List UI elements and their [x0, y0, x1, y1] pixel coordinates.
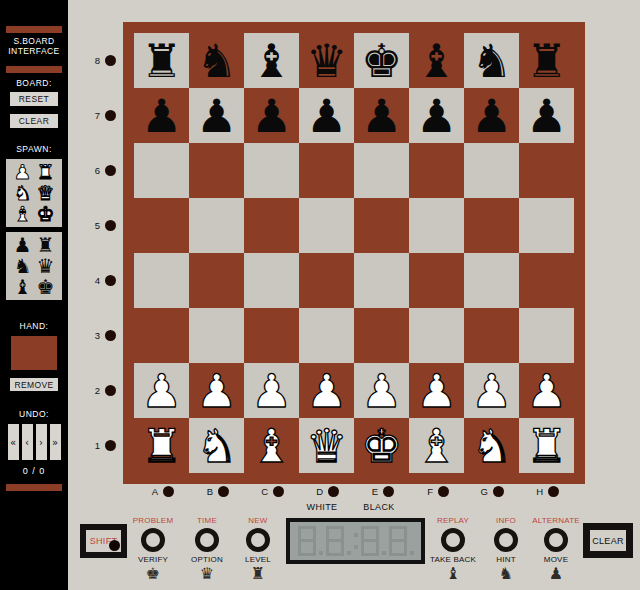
piece-white-pawn: ♟ — [416, 368, 457, 414]
piece-white-king: ♚ — [361, 423, 402, 469]
square-b5[interactable] — [189, 198, 244, 253]
piece-white-knight: ♞ — [196, 423, 237, 469]
control-move: ALTERNATEMOVE♟ — [517, 516, 595, 582]
lcd-display — [286, 518, 425, 564]
square-d8[interactable]: ♛ — [299, 33, 354, 88]
file-led-a — [163, 486, 174, 497]
file-label-g: G — [464, 484, 519, 498]
square-c3[interactable] — [244, 308, 299, 363]
piece-black-queen: ♛ — [306, 38, 347, 84]
piece-black-knight: ♞ — [196, 38, 237, 84]
rank-label-4: 4 — [91, 253, 116, 308]
undo-section-label: UNDO: — [19, 409, 49, 419]
square-e1[interactable]: ♚ — [354, 418, 409, 473]
undo-start-button[interactable]: « — [8, 424, 19, 460]
spawn-white-knight-button[interactable]: ♞ — [14, 183, 32, 203]
level-button[interactable] — [246, 528, 270, 552]
file-label-e: E — [354, 484, 409, 498]
square-h6[interactable] — [519, 143, 574, 198]
take-back-shift-label: REPLAY — [437, 516, 469, 525]
verify-button[interactable] — [141, 528, 165, 552]
piece-white-bishop: ♝ — [416, 423, 457, 469]
app-title-line2: INTERFACE — [8, 47, 59, 57]
divider-bar — [6, 66, 62, 73]
lcd-decimal-point — [347, 551, 351, 555]
black-bishop-icon: ♝ — [14, 275, 32, 299]
spawn-black-knight-button[interactable]: ♞ — [14, 256, 32, 276]
rank-label-7: 7 — [91, 88, 116, 143]
square-d1[interactable]: ♛ — [299, 418, 354, 473]
piece-white-queen: ♛ — [306, 423, 347, 469]
square-c8[interactable]: ♝ — [244, 33, 299, 88]
spawn-white-rook-button[interactable]: ♜ — [37, 162, 55, 182]
square-g1[interactable]: ♞ — [464, 418, 519, 473]
file-led-g — [493, 486, 504, 497]
rank-number: 6 — [91, 165, 100, 176]
rank-label-6: 6 — [91, 143, 116, 198]
file-label-a: A — [134, 484, 189, 498]
square-b4[interactable] — [189, 253, 244, 308]
square-e3[interactable] — [354, 308, 409, 363]
piece-white-pawn: ♟ — [471, 368, 512, 414]
square-b6[interactable] — [189, 143, 244, 198]
lcd-digit — [389, 526, 407, 556]
spawn-black-bishop-button[interactable]: ♝ — [14, 277, 32, 297]
pawn-icon: ♟ — [549, 566, 563, 582]
control-level: NEWLEVEL♜ — [219, 516, 297, 582]
file-led-h — [548, 486, 559, 497]
rank-number: 4 — [91, 275, 100, 286]
rank-number: 2 — [91, 385, 100, 396]
piece-white-rook: ♜ — [526, 423, 567, 469]
square-h1[interactable]: ♜ — [519, 418, 574, 473]
square-c2[interactable]: ♟ — [244, 363, 299, 418]
lcd-decimal-point — [319, 551, 323, 555]
square-h8[interactable]: ♜ — [519, 33, 574, 88]
square-e5[interactable] — [354, 198, 409, 253]
square-f8[interactable]: ♝ — [409, 33, 464, 88]
rank-led-1 — [105, 440, 116, 451]
file-label-c: C — [244, 484, 299, 498]
piece-white-knight: ♞ — [471, 423, 512, 469]
square-h2[interactable]: ♟ — [519, 363, 574, 418]
file-led-b — [218, 486, 229, 497]
piece-white-pawn: ♟ — [251, 368, 292, 414]
square-c7[interactable]: ♟ — [244, 88, 299, 143]
lcd-decimal-point — [382, 551, 386, 555]
rank-label-2: 2 — [91, 363, 116, 418]
piece-black-pawn: ♟ — [526, 93, 567, 139]
undo-controls: «‹›» — [8, 424, 61, 460]
piece-black-knight: ♞ — [471, 38, 512, 84]
square-d5[interactable] — [299, 198, 354, 253]
square-b3[interactable] — [189, 308, 244, 363]
white-bishop-icon: ♝ — [14, 202, 32, 226]
hint-label: HINT — [496, 555, 515, 564]
rank-labels: 87654321 — [91, 33, 116, 473]
piece-white-pawn: ♟ — [526, 368, 567, 414]
rank-led-6 — [105, 165, 116, 176]
square-a8[interactable]: ♜ — [134, 33, 189, 88]
piece-black-pawn: ♟ — [416, 93, 457, 139]
spawn-white-queen-button[interactable]: ♛ — [37, 183, 55, 203]
piece-black-bishop: ♝ — [251, 38, 292, 84]
remove-button[interactable]: REMOVE — [10, 378, 58, 391]
square-g5[interactable] — [464, 198, 519, 253]
option-button[interactable] — [195, 528, 219, 552]
file-led-d — [328, 486, 339, 497]
chess-computer-interface: S.BOARD INTERFACE BOARD: RESET CLEAR SPA… — [0, 0, 640, 590]
square-a5[interactable] — [134, 198, 189, 253]
square-f4[interactable] — [409, 253, 464, 308]
move-label: MOVE — [544, 555, 568, 564]
square-g3[interactable] — [464, 308, 519, 363]
square-c4[interactable] — [244, 253, 299, 308]
square-b2[interactable]: ♟ — [189, 363, 244, 418]
app-title: S.BOARD INTERFACE — [8, 37, 59, 56]
piece-black-pawn: ♟ — [306, 93, 347, 139]
undo-end-button[interactable]: » — [50, 424, 61, 460]
white-turn-label: WHITE — [307, 502, 338, 512]
clear-label: CLEAR — [592, 536, 624, 546]
rank-label-3: 3 — [91, 308, 116, 363]
square-d7[interactable]: ♟ — [299, 88, 354, 143]
piece-black-rook: ♜ — [141, 38, 182, 84]
rank-number: 3 — [91, 330, 100, 341]
square-a2[interactable]: ♟ — [134, 363, 189, 418]
file-letter: D — [314, 486, 323, 497]
lcd-decimal-point — [410, 551, 414, 555]
piece-black-pawn: ♟ — [471, 93, 512, 139]
square-c6[interactable] — [244, 143, 299, 198]
square-f6[interactable] — [409, 143, 464, 198]
piece-black-rook: ♜ — [526, 38, 567, 84]
file-label-h: H — [519, 484, 574, 498]
square-b1[interactable]: ♞ — [189, 418, 244, 473]
square-g8[interactable]: ♞ — [464, 33, 519, 88]
divider-bar — [6, 484, 62, 491]
piece-white-bishop: ♝ — [251, 423, 292, 469]
spawn-white-king-button[interactable]: ♚ — [37, 204, 55, 224]
rank-led-5 — [105, 220, 116, 231]
hint-button[interactable] — [494, 528, 518, 552]
board-clear-button[interactable]: CLEAR — [10, 114, 58, 128]
chess-board: ♜♞♝♛♚♝♞♜♟♟♟♟♟♟♟♟♟♟♟♟♟♟♟♟♜♞♝♛♚♝♞♜ — [134, 33, 574, 473]
board-section-label: BOARD: — [16, 78, 52, 88]
lcd-digit — [326, 526, 344, 556]
rank-number: 5 — [91, 220, 100, 231]
undo-back-button[interactable]: ‹ — [22, 424, 33, 460]
square-h7[interactable]: ♟ — [519, 88, 574, 143]
spawn-black-king-button[interactable]: ♚ — [37, 277, 55, 297]
file-led-e — [383, 486, 394, 497]
file-letter: C — [259, 486, 268, 497]
piece-white-pawn: ♟ — [196, 368, 237, 414]
black-turn-label: BLACK — [363, 502, 395, 512]
spawn-black-queen-button[interactable]: ♛ — [37, 256, 55, 276]
rank-led-3 — [105, 330, 116, 341]
square-f3[interactable] — [409, 308, 464, 363]
square-e4[interactable] — [354, 253, 409, 308]
lcd-colon — [354, 526, 358, 556]
square-a7[interactable]: ♟ — [134, 88, 189, 143]
spawn-section-label: SPAWN: — [16, 144, 52, 154]
piece-black-king: ♚ — [361, 38, 402, 84]
queen-icon: ♛ — [200, 566, 214, 582]
bishop-icon: ♝ — [446, 566, 460, 582]
square-d4[interactable] — [299, 253, 354, 308]
spawn-palette-black: ♟♜♞♛♝♚ — [6, 232, 62, 300]
knight-icon: ♞ — [499, 566, 513, 582]
lcd-digit — [298, 526, 316, 556]
rank-led-7 — [105, 110, 116, 121]
square-e2[interactable]: ♟ — [354, 363, 409, 418]
square-e7[interactable]: ♟ — [354, 88, 409, 143]
spawn-white-bishop-button[interactable]: ♝ — [14, 204, 32, 224]
square-c5[interactable] — [244, 198, 299, 253]
rank-number: 1 — [91, 440, 100, 451]
rank-number: 7 — [91, 110, 100, 121]
square-h5[interactable] — [519, 198, 574, 253]
white-king-icon: ♚ — [37, 202, 55, 226]
file-letter: A — [149, 486, 158, 497]
file-letter: G — [479, 486, 488, 497]
rank-label-8: 8 — [91, 33, 116, 88]
level-label: LEVEL — [245, 555, 271, 564]
square-g2[interactable]: ♟ — [464, 363, 519, 418]
file-letter: H — [534, 486, 543, 497]
divider-bar — [6, 26, 62, 33]
hand-section-label: HAND: — [20, 321, 49, 331]
square-a3[interactable] — [134, 308, 189, 363]
undo-counter: 0 / 0 — [23, 466, 46, 476]
piece-white-pawn: ♟ — [141, 368, 182, 414]
spawn-black-pawn-button[interactable]: ♟ — [14, 235, 32, 255]
square-h3[interactable] — [519, 308, 574, 363]
board-frame: ♜♞♝♛♚♝♞♜♟♟♟♟♟♟♟♟♟♟♟♟♟♟♟♟♜♞♝♛♚♝♞♜ — [123, 22, 585, 484]
piece-white-pawn: ♟ — [306, 368, 347, 414]
lcd-digit — [361, 526, 379, 556]
undo-forward-button[interactable]: › — [36, 424, 47, 460]
square-f7[interactable]: ♟ — [409, 88, 464, 143]
file-led-c — [273, 486, 284, 497]
file-led-f — [438, 486, 449, 497]
square-d2[interactable]: ♟ — [299, 363, 354, 418]
square-a1[interactable]: ♜ — [134, 418, 189, 473]
square-c1[interactable]: ♝ — [244, 418, 299, 473]
file-label-f: F — [409, 484, 464, 498]
sidebar: S.BOARD INTERFACE BOARD: RESET CLEAR SPA… — [0, 0, 68, 590]
spawn-palette-white: ♟♜♞♛♝♚ — [6, 159, 62, 227]
move-shift-label: ALTERNATE — [532, 516, 580, 525]
file-labels: ABCDEFGH — [134, 484, 574, 498]
option-shift-label: TIME — [197, 516, 217, 525]
hint-shift-label: INFO — [496, 516, 516, 525]
square-b7[interactable]: ♟ — [189, 88, 244, 143]
piece-black-pawn: ♟ — [251, 93, 292, 139]
level-shift-label: NEW — [248, 516, 267, 525]
rank-label-5: 5 — [91, 198, 116, 253]
piece-black-pawn: ♟ — [361, 93, 402, 139]
rank-number: 8 — [91, 55, 100, 66]
king-icon: ♚ — [146, 566, 160, 582]
square-a4[interactable] — [134, 253, 189, 308]
hand-slot[interactable] — [11, 336, 57, 370]
piece-black-pawn: ♟ — [141, 93, 182, 139]
square-e6[interactable] — [354, 143, 409, 198]
file-label-d: D — [299, 484, 354, 498]
square-d3[interactable] — [299, 308, 354, 363]
file-letter: B — [204, 486, 213, 497]
file-letter: F — [424, 486, 433, 497]
square-f1[interactable]: ♝ — [409, 418, 464, 473]
piece-black-bishop: ♝ — [416, 38, 457, 84]
rank-led-2 — [105, 385, 116, 396]
take-back-button[interactable] — [441, 528, 465, 552]
verify-label: VERIFY — [138, 555, 168, 564]
square-g4[interactable] — [464, 253, 519, 308]
piece-white-pawn: ♟ — [361, 368, 402, 414]
move-button[interactable] — [544, 528, 568, 552]
square-e8[interactable]: ♚ — [354, 33, 409, 88]
square-a6[interactable] — [134, 143, 189, 198]
file-letter: E — [369, 486, 378, 497]
piece-white-rook: ♜ — [141, 423, 182, 469]
rook-icon: ♜ — [251, 566, 265, 582]
file-label-b: B — [189, 484, 244, 498]
square-h4[interactable] — [519, 253, 574, 308]
square-g6[interactable] — [464, 143, 519, 198]
square-g7[interactable]: ♟ — [464, 88, 519, 143]
spawn-black-rook-button[interactable]: ♜ — [37, 235, 55, 255]
black-king-icon: ♚ — [37, 275, 55, 299]
rank-label-1: 1 — [91, 418, 116, 473]
reset-button[interactable]: RESET — [10, 92, 58, 106]
square-f2[interactable]: ♟ — [409, 363, 464, 418]
square-b8[interactable]: ♞ — [189, 33, 244, 88]
square-f5[interactable] — [409, 198, 464, 253]
piece-black-pawn: ♟ — [196, 93, 237, 139]
rank-led-8 — [105, 55, 116, 66]
rank-led-4 — [105, 275, 116, 286]
spawn-white-pawn-button[interactable]: ♟ — [14, 162, 32, 182]
square-d6[interactable] — [299, 143, 354, 198]
